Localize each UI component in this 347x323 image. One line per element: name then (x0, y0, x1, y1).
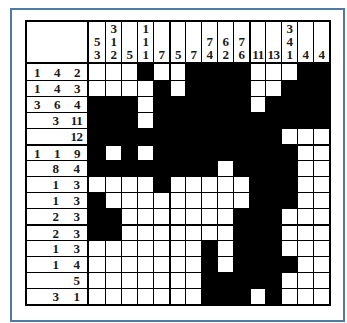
grid-cell[interactable] (153, 272, 169, 288)
grid-cell[interactable] (137, 272, 153, 288)
grid-cell[interactable] (105, 96, 121, 112)
grid-cell[interactable] (249, 80, 265, 96)
grid-cell[interactable] (249, 96, 265, 112)
row-clue-number: 1 (45, 242, 66, 255)
grid-cell[interactable] (233, 160, 249, 176)
row-clue-cell: 13 (27, 192, 89, 208)
grid-cell[interactable] (89, 240, 105, 256)
grid-cell[interactable] (89, 80, 105, 96)
grid-cell[interactable] (313, 272, 329, 288)
grid-cell[interactable] (121, 80, 137, 96)
row-clue-number: 4 (47, 82, 67, 95)
corner-cell (27, 22, 89, 64)
grid-cell[interactable] (313, 144, 329, 160)
grid-cell[interactable] (137, 96, 153, 112)
col-clue-cell: 111 (137, 22, 153, 64)
grid-cell[interactable] (89, 128, 105, 144)
grid-cell[interactable] (297, 128, 313, 144)
row-clue-number: 3 (45, 290, 66, 303)
grid-cell[interactable] (169, 240, 185, 256)
row-clue-cell: 31 (27, 288, 89, 304)
grid-cell[interactable] (121, 112, 137, 128)
grid-cell[interactable] (137, 176, 153, 192)
grid-cell[interactable] (313, 176, 329, 192)
grid-cell[interactable] (121, 96, 137, 112)
row-clue-number: 1 (27, 82, 47, 95)
grid-cell[interactable] (121, 256, 137, 272)
grid-cell[interactable] (89, 192, 105, 208)
grid-cell[interactable] (265, 80, 281, 96)
grid-cell[interactable] (121, 144, 137, 160)
grid-cell[interactable] (121, 288, 137, 304)
grid-cell[interactable] (313, 96, 329, 112)
row-clue-cell: 23 (27, 224, 89, 240)
nonogram-board: 5331251117577462761113341441421433643111… (25, 20, 331, 306)
grid-cell[interactable] (185, 288, 201, 304)
grid-cell[interactable] (105, 80, 121, 96)
col-clue-number: 2 (223, 48, 229, 61)
grid-cell[interactable] (297, 112, 313, 128)
grid-cell[interactable] (105, 112, 121, 128)
grid-cell[interactable] (233, 256, 249, 272)
grid-cell[interactable] (281, 176, 297, 192)
row-clue-cell: 14 (27, 256, 89, 272)
grid-cell[interactable] (137, 240, 153, 256)
grid-cell[interactable] (185, 112, 201, 128)
col-clue-number: 5 (175, 48, 181, 61)
grid-cell[interactable] (297, 80, 313, 96)
row-clue-number: 4 (67, 98, 87, 111)
col-clue-cell: 5 (121, 22, 137, 64)
row-clue-cell: 143 (27, 80, 89, 96)
grid-cell[interactable] (217, 144, 233, 160)
grid-cell[interactable] (201, 240, 217, 256)
grid-cell[interactable] (153, 288, 169, 304)
grid-cell[interactable] (217, 128, 233, 144)
grid-cell[interactable] (201, 288, 217, 304)
grid-cell[interactable] (233, 192, 249, 208)
grid-cell[interactable] (169, 112, 185, 128)
grid-cell[interactable] (137, 288, 153, 304)
row-clue-number: 1 (27, 66, 47, 79)
grid-cell[interactable] (153, 112, 169, 128)
grid-cell[interactable] (313, 112, 329, 128)
grid-cell[interactable] (265, 64, 281, 80)
row-clue-cell: 119 (27, 144, 89, 160)
grid-cell[interactable] (185, 208, 201, 224)
grid-cell[interactable] (297, 288, 313, 304)
grid-cell[interactable] (297, 224, 313, 240)
row-clue-number: 3 (45, 114, 66, 127)
grid-cell[interactable] (153, 144, 169, 160)
grid-cell[interactable] (137, 256, 153, 272)
row-clue-cell: 13 (27, 240, 89, 256)
col-clue-cell: 312 (105, 22, 121, 64)
grid-cell[interactable] (153, 64, 169, 80)
row-clue-cell: 12 (27, 128, 89, 144)
row-clue-cell: 311 (27, 112, 89, 128)
grid-cell[interactable] (121, 240, 137, 256)
grid-cell[interactable] (297, 160, 313, 176)
grid-cell[interactable] (297, 192, 313, 208)
row-clue-number: 6 (47, 98, 67, 111)
col-clue-number: 11 (252, 48, 263, 61)
row-clue-number: 12 (66, 130, 87, 143)
row-clue-number: 3 (66, 210, 87, 223)
row-clue-cell: 364 (27, 96, 89, 112)
grid-cell[interactable] (249, 224, 265, 240)
grid-cell[interactable] (249, 144, 265, 160)
grid-cell[interactable] (265, 160, 281, 176)
row-clue-number: 2 (67, 66, 87, 79)
grid-cell[interactable] (121, 192, 137, 208)
grid-cell[interactable] (137, 160, 153, 176)
grid-cell[interactable] (297, 176, 313, 192)
grid-cell[interactable] (217, 224, 233, 240)
row-clue-number: 5 (66, 274, 87, 287)
grid-cell[interactable] (153, 224, 169, 240)
grid-cell[interactable] (233, 240, 249, 256)
grid-cell[interactable] (297, 96, 313, 112)
grid-cell[interactable] (105, 192, 121, 208)
grid-cell[interactable] (217, 208, 233, 224)
row-clue-number: 1 (45, 258, 66, 271)
col-clue-cell: 74 (201, 22, 217, 64)
grid-cell[interactable] (249, 128, 265, 144)
grid-cell[interactable] (249, 160, 265, 176)
grid-cell[interactable] (89, 256, 105, 272)
row-clue-cell: 23 (27, 208, 89, 224)
grid-cell[interactable] (153, 96, 169, 112)
row-clue-cell: 13 (27, 176, 89, 192)
grid-cell[interactable] (169, 96, 185, 112)
grid-cell[interactable] (297, 240, 313, 256)
grid-cell[interactable] (265, 240, 281, 256)
col-clue-number: 13 (268, 48, 280, 61)
grid-cell[interactable] (265, 256, 281, 272)
grid-cell[interactable] (105, 64, 121, 80)
col-clue-cell: 13 (265, 22, 281, 64)
grid-cell[interactable] (121, 64, 137, 80)
col-clue-cell: 7 (185, 22, 201, 64)
grid-cell[interactable] (217, 240, 233, 256)
grid-cell[interactable] (249, 192, 265, 208)
grid-cell[interactable] (281, 208, 297, 224)
grid-cell[interactable] (313, 224, 329, 240)
grid-cell[interactable] (89, 112, 105, 128)
grid-cell[interactable] (281, 112, 297, 128)
grid-cell[interactable] (137, 80, 153, 96)
nonogram-page: { "game": "nonogram", "grid": {"rows": 1… (0, 0, 347, 323)
grid-cell[interactable] (265, 112, 281, 128)
grid-cell[interactable] (185, 240, 201, 256)
row-clue-number: 4 (66, 258, 87, 271)
grid-cell[interactable] (185, 160, 201, 176)
grid-cell[interactable] (89, 64, 105, 80)
grid-cell[interactable] (265, 208, 281, 224)
col-clue-number: 4 (319, 48, 325, 61)
grid-cell[interactable] (105, 288, 121, 304)
row-clue-number: 1 (45, 194, 66, 207)
grid-cell[interactable] (201, 192, 217, 208)
grid-cell[interactable] (89, 176, 105, 192)
grid-cell[interactable] (217, 80, 233, 96)
grid-cell[interactable] (217, 272, 233, 288)
grid-cell[interactable] (185, 224, 201, 240)
row-clue-number: 1 (47, 147, 67, 160)
grid-cell[interactable] (313, 256, 329, 272)
grid-cell[interactable] (105, 272, 121, 288)
grid-cell[interactable] (153, 256, 169, 272)
grid-cell[interactable] (281, 64, 297, 80)
grid-cell[interactable] (89, 224, 105, 240)
grid-cell[interactable] (249, 288, 265, 304)
col-clue-cell: 76 (233, 22, 249, 64)
col-clue-cell: 341 (281, 22, 297, 64)
grid-cell[interactable] (217, 176, 233, 192)
grid-cell[interactable] (169, 256, 185, 272)
grid-cell[interactable] (233, 112, 249, 128)
row-clue-number: 1 (66, 290, 87, 303)
grid-cell[interactable] (265, 288, 281, 304)
grid-cell[interactable] (121, 272, 137, 288)
grid-cell[interactable] (281, 80, 297, 96)
row-clue-number: 4 (66, 162, 87, 175)
grid-cell[interactable] (153, 128, 169, 144)
grid-cell[interactable] (185, 192, 201, 208)
grid-cell[interactable] (297, 272, 313, 288)
grid-cell[interactable] (281, 288, 297, 304)
col-clue-number: 1 (287, 48, 293, 61)
grid-cell[interactable] (201, 128, 217, 144)
grid-cell[interactable] (185, 144, 201, 160)
grid-cell[interactable] (185, 256, 201, 272)
grid-cell[interactable] (313, 192, 329, 208)
grid-cell[interactable] (201, 176, 217, 192)
grid-cell[interactable] (201, 64, 217, 80)
grid-cell[interactable] (297, 208, 313, 224)
grid-cell[interactable] (201, 80, 217, 96)
grid-cell[interactable] (137, 112, 153, 128)
grid-cell[interactable] (217, 288, 233, 304)
grid-cell[interactable] (281, 128, 297, 144)
grid-cell[interactable] (313, 80, 329, 96)
grid-cell[interactable] (169, 64, 185, 80)
grid-cell[interactable] (201, 112, 217, 128)
grid-cell[interactable] (281, 240, 297, 256)
grid-cell[interactable] (217, 192, 233, 208)
row-clue-number: 3 (27, 98, 47, 111)
grid-cell[interactable] (297, 256, 313, 272)
grid-cell[interactable] (137, 208, 153, 224)
grid-cell[interactable] (249, 208, 265, 224)
col-clue-cell: 11 (249, 22, 265, 64)
grid-cell[interactable] (201, 208, 217, 224)
grid-cell[interactable] (281, 96, 297, 112)
row-clue-number: 4 (47, 66, 67, 79)
grid-cell[interactable] (169, 272, 185, 288)
col-clue-cell: 7 (153, 22, 169, 64)
grid-cell[interactable] (105, 176, 121, 192)
col-clue-number: 1 (143, 48, 149, 61)
row-clue-number: 11 (66, 114, 87, 127)
col-clue-number: 6 (239, 48, 245, 61)
grid-cell[interactable] (105, 224, 121, 240)
grid-cell[interactable] (201, 224, 217, 240)
grid-cell[interactable] (121, 160, 137, 176)
grid-cell[interactable] (169, 160, 185, 176)
grid-cell[interactable] (121, 224, 137, 240)
grid-cell[interactable] (153, 208, 169, 224)
grid-cell[interactable] (169, 288, 185, 304)
row-clue-cell: 84 (27, 160, 89, 176)
col-clue-number: 2 (111, 48, 117, 61)
grid-cell[interactable] (217, 64, 233, 80)
grid-cell[interactable] (217, 112, 233, 128)
grid-cell[interactable] (281, 192, 297, 208)
grid-cell[interactable] (265, 96, 281, 112)
grid-cell[interactable] (105, 208, 121, 224)
row-clue-number: 1 (27, 147, 47, 160)
grid-cell[interactable] (249, 112, 265, 128)
grid-cell[interactable] (169, 144, 185, 160)
grid-cell[interactable] (169, 208, 185, 224)
grid-cell[interactable] (153, 80, 169, 96)
grid-cell[interactable] (249, 176, 265, 192)
grid-cell[interactable] (169, 192, 185, 208)
row-clue-cell: 142 (27, 64, 89, 80)
grid-cell[interactable] (105, 128, 121, 144)
grid-cell[interactable] (281, 256, 297, 272)
grid-cell[interactable] (105, 256, 121, 272)
row-clue-number: 8 (45, 162, 66, 175)
grid-cell[interactable] (169, 224, 185, 240)
row-clue-number: 3 (66, 178, 87, 191)
grid-cell[interactable] (185, 128, 201, 144)
grid-cell[interactable] (169, 128, 185, 144)
grid-cell[interactable] (89, 144, 105, 160)
grid-cell[interactable] (89, 160, 105, 176)
grid-cell[interactable] (89, 96, 105, 112)
grid-cell[interactable] (233, 272, 249, 288)
grid-cell[interactable] (233, 288, 249, 304)
grid-cell[interactable] (249, 64, 265, 80)
grid-cell[interactable] (137, 64, 153, 80)
col-clue-cell: 62 (217, 22, 233, 64)
col-clue-number: 4 (207, 48, 213, 61)
grid-cell[interactable] (169, 176, 185, 192)
grid-cell[interactable] (265, 192, 281, 208)
grid-cell[interactable] (105, 240, 121, 256)
grid-cell[interactable] (185, 96, 201, 112)
grid-cell[interactable] (297, 64, 313, 80)
row-clue-number: 9 (67, 147, 87, 160)
grid-cell[interactable] (249, 240, 265, 256)
col-clue-number: 3 (94, 48, 100, 61)
grid-cell[interactable] (233, 128, 249, 144)
col-clue-cell: 5 (169, 22, 185, 64)
grid-cell[interactable] (313, 240, 329, 256)
grid-cell[interactable] (105, 144, 121, 160)
col-clue-number: 4 (303, 48, 309, 61)
grid-cell[interactable] (153, 176, 169, 192)
grid-cell[interactable] (137, 128, 153, 144)
grid-cell[interactable] (265, 224, 281, 240)
row-clue-number: 3 (66, 227, 87, 240)
row-clue-number: 3 (67, 82, 87, 95)
row-clue-number: 3 (66, 194, 87, 207)
grid-cell[interactable] (89, 272, 105, 288)
grid-cell[interactable] (233, 208, 249, 224)
grid-cell[interactable] (313, 288, 329, 304)
row-clue-cell: 5 (27, 272, 89, 288)
grid-cell[interactable] (217, 160, 233, 176)
grid-cell[interactable] (201, 272, 217, 288)
grid-cell[interactable] (89, 288, 105, 304)
grid-cell[interactable] (233, 176, 249, 192)
grid-cell[interactable] (201, 160, 217, 176)
grid-cell[interactable] (137, 144, 153, 160)
grid-cell[interactable] (201, 256, 217, 272)
grid-cell[interactable] (169, 80, 185, 96)
grid-cell[interactable] (233, 96, 249, 112)
grid-cell[interactable] (265, 144, 281, 160)
grid-cell[interactable] (137, 192, 153, 208)
grid-cell[interactable] (281, 224, 297, 240)
grid-cell[interactable] (201, 144, 217, 160)
grid-cell[interactable] (185, 272, 201, 288)
grid-cell[interactable] (313, 128, 329, 144)
grid-cell[interactable] (265, 176, 281, 192)
grid-cell[interactable] (233, 144, 249, 160)
row-clue-number: 3 (66, 242, 87, 255)
grid-cell[interactable] (121, 208, 137, 224)
grid-cell[interactable] (265, 128, 281, 144)
col-clue-cell: 4 (313, 22, 329, 64)
grid-cell[interactable] (105, 160, 121, 176)
grid-cell[interactable] (137, 224, 153, 240)
grid-cell[interactable] (121, 176, 137, 192)
grid-cell[interactable] (281, 160, 297, 176)
grid-cell[interactable] (233, 80, 249, 96)
grid-cell[interactable] (201, 96, 217, 112)
grid-cell[interactable] (217, 96, 233, 112)
col-clue-number: 5 (127, 48, 133, 61)
grid-cell[interactable] (89, 208, 105, 224)
grid-cell[interactable] (297, 144, 313, 160)
grid-cell[interactable] (281, 144, 297, 160)
grid-cell[interactable] (153, 240, 169, 256)
grid-cell[interactable] (249, 256, 265, 272)
grid-cell[interactable] (153, 160, 169, 176)
grid-cell[interactable] (185, 80, 201, 96)
grid-cell[interactable] (121, 128, 137, 144)
grid-cell[interactable] (313, 64, 329, 80)
grid-cell[interactable] (153, 192, 169, 208)
grid-cell[interactable] (281, 272, 297, 288)
col-clue-cell: 4 (297, 22, 313, 64)
grid-cell[interactable] (233, 64, 249, 80)
grid-cell[interactable] (185, 176, 201, 192)
grid-cell[interactable] (265, 272, 281, 288)
grid-cell[interactable] (313, 208, 329, 224)
grid-cell[interactable] (313, 160, 329, 176)
grid-cell[interactable] (185, 64, 201, 80)
grid-cell[interactable] (233, 224, 249, 240)
col-clue-number: 7 (159, 48, 165, 61)
grid-cell[interactable] (249, 272, 265, 288)
grid-cell[interactable] (217, 256, 233, 272)
